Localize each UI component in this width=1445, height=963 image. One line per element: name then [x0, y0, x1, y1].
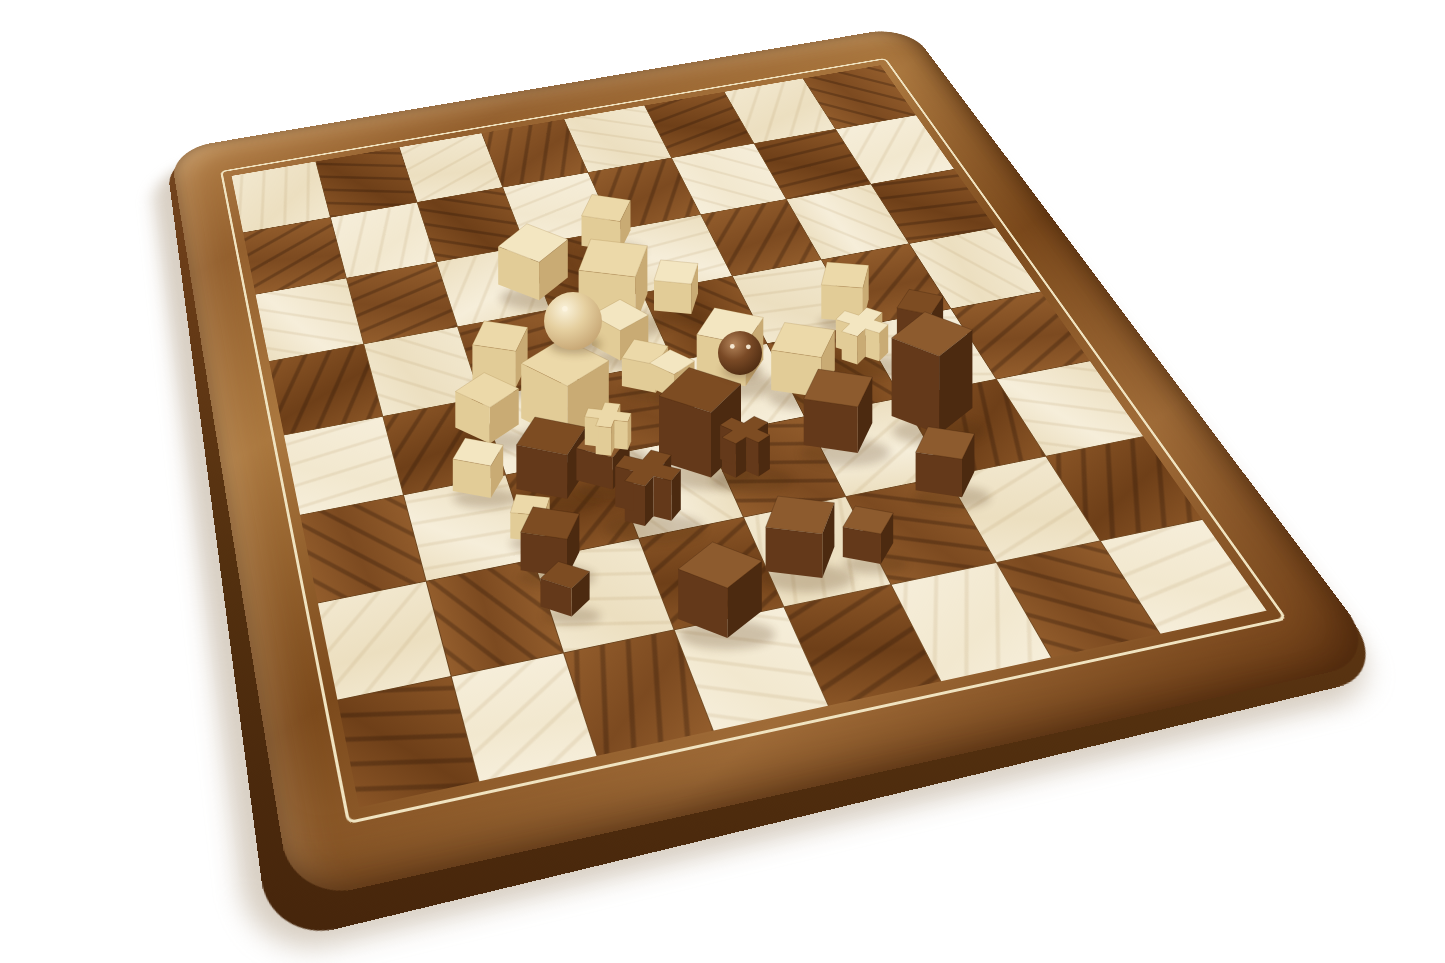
chess-board: [170, 26, 1384, 903]
product-photo-scene: [0, 0, 1445, 963]
board-grid: [232, 65, 1267, 807]
